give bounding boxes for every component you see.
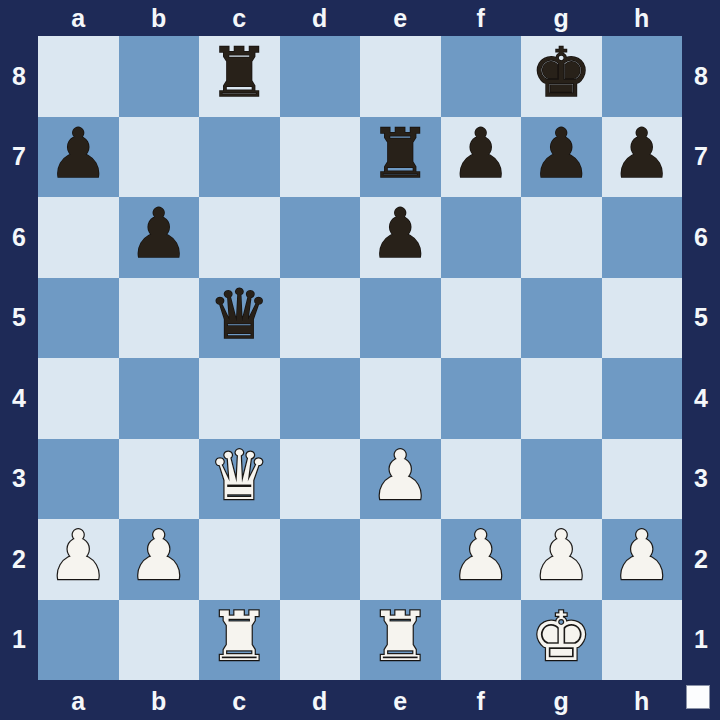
square-d4[interactable] — [280, 358, 361, 439]
square-f2[interactable]: ♟ — [441, 519, 522, 600]
square-d5[interactable] — [280, 278, 361, 359]
square-c5[interactable]: ♛ — [199, 278, 280, 359]
file-label-a: a — [38, 682, 119, 720]
rank-label-8: 8 — [682, 36, 720, 117]
rank-label-4: 4 — [0, 358, 38, 439]
white-pawn: ♟ — [450, 522, 511, 590]
square-f1[interactable] — [441, 600, 522, 681]
square-g1[interactable]: ♚ — [521, 600, 602, 681]
square-e8[interactable] — [360, 36, 441, 117]
rank-label-4: 4 — [682, 358, 720, 439]
square-g8[interactable]: ♚ — [521, 36, 602, 117]
rank-label-7: 7 — [0, 117, 38, 198]
square-h5[interactable] — [602, 278, 683, 359]
square-h1[interactable] — [602, 600, 683, 681]
black-rook: ♜ — [370, 120, 431, 188]
file-label-c: c — [199, 0, 280, 36]
black-pawn: ♟ — [531, 120, 592, 188]
white-queen: ♛ — [209, 442, 270, 510]
square-e5[interactable] — [360, 278, 441, 359]
square-d1[interactable] — [280, 600, 361, 681]
file-label-c: c — [199, 682, 280, 720]
black-queen: ♛ — [209, 281, 270, 349]
square-a1[interactable] — [38, 600, 119, 681]
square-a8[interactable] — [38, 36, 119, 117]
file-label-f: f — [441, 682, 522, 720]
file-label-b: b — [119, 0, 200, 36]
file-label-h: h — [602, 0, 683, 36]
black-pawn: ♟ — [611, 120, 672, 188]
square-d7[interactable] — [280, 117, 361, 198]
white-rook: ♜ — [370, 603, 431, 671]
square-c3[interactable]: ♛ — [199, 439, 280, 520]
square-c8[interactable]: ♜ — [199, 36, 280, 117]
square-f7[interactable]: ♟ — [441, 117, 522, 198]
black-pawn: ♟ — [128, 200, 189, 268]
rank-labels-right: 87654321 — [682, 36, 720, 680]
white-pawn: ♟ — [128, 522, 189, 590]
white-king: ♚ — [531, 603, 592, 671]
square-e3[interactable]: ♟ — [360, 439, 441, 520]
square-a4[interactable] — [38, 358, 119, 439]
square-a6[interactable] — [38, 197, 119, 278]
file-label-h: h — [602, 682, 683, 720]
black-pawn: ♟ — [48, 120, 109, 188]
rank-label-8: 8 — [0, 36, 38, 117]
rank-label-3: 3 — [682, 439, 720, 520]
black-pawn: ♟ — [370, 200, 431, 268]
black-king: ♚ — [531, 39, 592, 107]
white-pawn: ♟ — [48, 522, 109, 590]
square-b3[interactable] — [119, 439, 200, 520]
square-e7[interactable]: ♜ — [360, 117, 441, 198]
square-c4[interactable] — [199, 358, 280, 439]
square-e2[interactable] — [360, 519, 441, 600]
square-a7[interactable]: ♟ — [38, 117, 119, 198]
square-g3[interactable] — [521, 439, 602, 520]
square-d2[interactable] — [280, 519, 361, 600]
square-g2[interactable]: ♟ — [521, 519, 602, 600]
square-c6[interactable] — [199, 197, 280, 278]
black-rook: ♜ — [209, 39, 270, 107]
square-b7[interactable] — [119, 117, 200, 198]
rank-label-7: 7 — [682, 117, 720, 198]
square-c7[interactable] — [199, 117, 280, 198]
file-label-g: g — [521, 682, 602, 720]
square-c1[interactable]: ♜ — [199, 600, 280, 681]
file-label-d: d — [280, 682, 361, 720]
square-g5[interactable] — [521, 278, 602, 359]
square-h7[interactable]: ♟ — [602, 117, 683, 198]
square-f5[interactable] — [441, 278, 522, 359]
square-g6[interactable] — [521, 197, 602, 278]
square-f8[interactable] — [441, 36, 522, 117]
rank-label-3: 3 — [0, 439, 38, 520]
square-a3[interactable] — [38, 439, 119, 520]
square-g7[interactable]: ♟ — [521, 117, 602, 198]
white-rook: ♜ — [209, 603, 270, 671]
square-d6[interactable] — [280, 197, 361, 278]
square-h2[interactable]: ♟ — [602, 519, 683, 600]
square-g4[interactable] — [521, 358, 602, 439]
square-b6[interactable]: ♟ — [119, 197, 200, 278]
rank-labels-left: 87654321 — [0, 36, 38, 680]
file-label-g: g — [521, 0, 602, 36]
square-d3[interactable] — [280, 439, 361, 520]
square-h3[interactable] — [602, 439, 683, 520]
square-f4[interactable] — [441, 358, 522, 439]
square-b5[interactable] — [119, 278, 200, 359]
square-b4[interactable] — [119, 358, 200, 439]
square-h4[interactable] — [602, 358, 683, 439]
black-pawn: ♟ — [450, 120, 511, 188]
white-pawn: ♟ — [611, 522, 672, 590]
square-e1[interactable]: ♜ — [360, 600, 441, 681]
rank-label-1: 1 — [682, 600, 720, 681]
white-pawn: ♟ — [370, 442, 431, 510]
file-label-d: d — [280, 0, 361, 36]
rank-label-5: 5 — [0, 278, 38, 359]
square-h8[interactable] — [602, 36, 683, 117]
file-labels-bottom: abcdefgh — [38, 682, 682, 720]
rank-label-6: 6 — [0, 197, 38, 278]
square-b1[interactable] — [119, 600, 200, 681]
square-f6[interactable] — [441, 197, 522, 278]
white-pawn: ♟ — [531, 522, 592, 590]
chess-diagram: abcdefgh 87654321 ♜♚♟♜♟♟♟♟♟♛♛♟♟♟♟♟♟♜♜♚ 8… — [0, 0, 720, 720]
square-c2[interactable] — [199, 519, 280, 600]
square-e6[interactable]: ♟ — [360, 197, 441, 278]
file-labels-top: abcdefgh — [38, 0, 682, 36]
square-b2[interactable]: ♟ — [119, 519, 200, 600]
rank-label-2: 2 — [0, 519, 38, 600]
file-label-e: e — [360, 0, 441, 36]
square-e4[interactable] — [360, 358, 441, 439]
file-label-f: f — [441, 0, 522, 36]
rank-label-6: 6 — [682, 197, 720, 278]
chess-board: ♜♚♟♜♟♟♟♟♟♛♛♟♟♟♟♟♟♜♜♚ — [38, 36, 682, 680]
side-to-move-indicator — [686, 685, 710, 709]
file-label-e: e — [360, 682, 441, 720]
square-a5[interactable] — [38, 278, 119, 359]
file-label-a: a — [38, 0, 119, 36]
rank-label-1: 1 — [0, 600, 38, 681]
square-a2[interactable]: ♟ — [38, 519, 119, 600]
square-d8[interactable] — [280, 36, 361, 117]
square-f3[interactable] — [441, 439, 522, 520]
square-h6[interactable] — [602, 197, 683, 278]
rank-label-5: 5 — [682, 278, 720, 359]
file-label-b: b — [119, 682, 200, 720]
rank-label-2: 2 — [682, 519, 720, 600]
square-b8[interactable] — [119, 36, 200, 117]
